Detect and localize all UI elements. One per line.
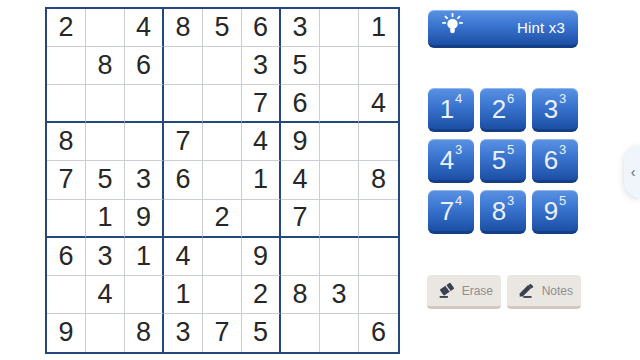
- numpad-button-7[interactable]: 74: [428, 190, 474, 234]
- board-cell[interactable]: 6: [281, 85, 320, 123]
- board-cell[interactable]: [320, 314, 359, 352]
- board-cell[interactable]: 7: [164, 123, 203, 161]
- board-cell[interactable]: [203, 276, 242, 314]
- side-panel-tab[interactable]: ‹: [624, 146, 640, 198]
- board-cell[interactable]: 6: [164, 161, 203, 199]
- board-cell[interactable]: [86, 85, 125, 123]
- board-cell[interactable]: [125, 276, 164, 314]
- board-cell[interactable]: 1: [86, 200, 125, 238]
- numpad-button-5[interactable]: 55: [480, 139, 526, 183]
- lightbulb-icon: [440, 13, 465, 42]
- board-cell[interactable]: [281, 314, 320, 352]
- board-cell[interactable]: 9: [125, 200, 164, 238]
- board-cell[interactable]: [320, 9, 359, 47]
- board-cell[interactable]: [359, 123, 398, 161]
- board-cell[interactable]: 4: [242, 123, 281, 161]
- numpad-button-2[interactable]: 26: [480, 88, 526, 132]
- numpad-digit: 7: [440, 198, 454, 224]
- board-cell[interactable]: 3: [320, 276, 359, 314]
- board-cell[interactable]: [203, 85, 242, 123]
- board-cell[interactable]: [47, 200, 86, 238]
- board-cell[interactable]: [86, 314, 125, 352]
- remaining-count: 5: [559, 194, 566, 207]
- numpad-digit: 4: [440, 147, 454, 173]
- board-cell[interactable]: [164, 200, 203, 238]
- numpad-button-1[interactable]: 14: [428, 88, 474, 132]
- eraser-icon: [436, 280, 458, 302]
- hint-label: Hint x3: [517, 19, 565, 36]
- board-cell[interactable]: [320, 47, 359, 85]
- remaining-count: 3: [455, 143, 462, 156]
- remaining-count: 4: [455, 92, 462, 105]
- board-cell[interactable]: [125, 123, 164, 161]
- board-cell[interactable]: [86, 123, 125, 161]
- board-cell[interactable]: 3: [125, 161, 164, 199]
- board-cell[interactable]: 4: [86, 276, 125, 314]
- board-cell[interactable]: [320, 238, 359, 276]
- board-cell[interactable]: 7: [281, 200, 320, 238]
- numpad-button-6[interactable]: 63: [532, 139, 578, 183]
- board-cell[interactable]: 2: [203, 200, 242, 238]
- board-cell[interactable]: 3: [242, 47, 281, 85]
- board-cell[interactable]: [359, 47, 398, 85]
- erase-label: Erase: [462, 284, 493, 298]
- board-cell[interactable]: 6: [125, 47, 164, 85]
- numpad-button-8[interactable]: 83: [480, 190, 526, 234]
- numpad-digit: 6: [544, 147, 558, 173]
- board-cell[interactable]: 6: [359, 314, 398, 352]
- board-cell[interactable]: 4: [164, 238, 203, 276]
- board-cell[interactable]: [242, 200, 281, 238]
- board-cell[interactable]: 9: [242, 238, 281, 276]
- board-cell[interactable]: [320, 161, 359, 199]
- board-cell[interactable]: [320, 123, 359, 161]
- board-cell[interactable]: 8: [86, 47, 125, 85]
- board-cell[interactable]: [86, 9, 125, 47]
- board-cell[interactable]: 3: [86, 238, 125, 276]
- board-cell[interactable]: 8: [47, 123, 86, 161]
- notes-button[interactable]: Notes: [507, 275, 581, 309]
- board-cell[interactable]: 7: [242, 85, 281, 123]
- chevron-left-icon: ‹: [631, 165, 636, 179]
- board-cell[interactable]: [281, 238, 320, 276]
- board-cell[interactable]: 3: [281, 9, 320, 47]
- board-cell[interactable]: 5: [242, 314, 281, 352]
- board-cell[interactable]: 5: [203, 9, 242, 47]
- board-cell[interactable]: 1: [125, 238, 164, 276]
- numpad-digit: 3: [544, 96, 558, 122]
- board-cell[interactable]: 3: [164, 314, 203, 352]
- board-cell[interactable]: 1: [164, 276, 203, 314]
- numpad: 142633435563748395: [428, 88, 578, 234]
- board-cell[interactable]: [203, 238, 242, 276]
- remaining-count: 6: [507, 92, 514, 105]
- board-cell[interactable]: 9: [47, 314, 86, 352]
- board-cell[interactable]: 5: [281, 47, 320, 85]
- numpad-button-4[interactable]: 43: [428, 139, 474, 183]
- numpad-digit: 5: [492, 147, 506, 173]
- board-cell[interactable]: 8: [359, 161, 398, 199]
- board-cell[interactable]: 2: [242, 276, 281, 314]
- board-cell[interactable]: 4: [359, 85, 398, 123]
- board-cell[interactable]: 5: [86, 161, 125, 199]
- board-cell[interactable]: [47, 85, 86, 123]
- remaining-count: 3: [559, 143, 566, 156]
- numpad-digit: 1: [440, 96, 454, 122]
- hint-button[interactable]: Hint x3: [428, 10, 578, 48]
- board-cell[interactable]: 7: [203, 314, 242, 352]
- board-cell[interactable]: 6: [242, 9, 281, 47]
- numpad-digit: 9: [544, 198, 558, 224]
- board-cell[interactable]: 8: [164, 9, 203, 47]
- board-cell[interactable]: 8: [125, 314, 164, 352]
- board-cell[interactable]: [359, 200, 398, 238]
- remaining-count: 5: [507, 143, 514, 156]
- board-cell[interactable]: 1: [242, 161, 281, 199]
- board-cell[interactable]: 7: [47, 161, 86, 199]
- remaining-count: 3: [559, 92, 566, 105]
- numpad-digit: 8: [492, 198, 506, 224]
- board-cell[interactable]: [203, 123, 242, 161]
- board-cell[interactable]: 8: [281, 276, 320, 314]
- erase-button[interactable]: Erase: [427, 275, 501, 309]
- board-cell[interactable]: 1: [359, 9, 398, 47]
- notes-label: Notes: [542, 284, 573, 298]
- board-cell[interactable]: [359, 276, 398, 314]
- remaining-count: 4: [455, 194, 462, 207]
- board-cell[interactable]: 4: [125, 9, 164, 47]
- board-cell[interactable]: [320, 85, 359, 123]
- numpad-digit: 2: [492, 96, 506, 122]
- sudoku-board: 2485631863576487497536148192763149412839…: [45, 7, 400, 354]
- board-cell[interactable]: [125, 85, 164, 123]
- board-cell[interactable]: 2: [47, 9, 86, 47]
- board-cell[interactable]: [359, 238, 398, 276]
- pencil-icon: [516, 280, 538, 302]
- board-cell[interactable]: [164, 47, 203, 85]
- numpad-button-3[interactable]: 33: [532, 88, 578, 132]
- board-cell[interactable]: [164, 85, 203, 123]
- remaining-count: 3: [507, 194, 514, 207]
- numpad-button-9[interactable]: 95: [532, 190, 578, 234]
- board-cell[interactable]: [47, 276, 86, 314]
- board-cell[interactable]: [320, 200, 359, 238]
- board-cell[interactable]: [203, 47, 242, 85]
- board-cell[interactable]: 4: [281, 161, 320, 199]
- board-cell[interactable]: [47, 47, 86, 85]
- board-cell[interactable]: 6: [47, 238, 86, 276]
- board-cell[interactable]: [203, 161, 242, 199]
- board-cell[interactable]: 9: [281, 123, 320, 161]
